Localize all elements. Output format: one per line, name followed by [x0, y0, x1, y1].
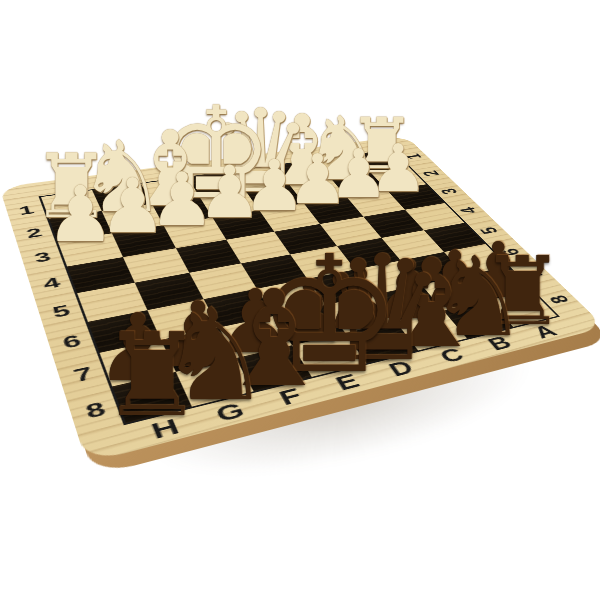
chess-set-photo: 11H22G33F44E55D66C77B88A ♜♞♝♛♚♝♞♜♟♟♟♟♟♟♟…: [0, 0, 600, 600]
pieces-layer: ♜♞♝♛♚♝♞♜♟♟♟♟♟♟♟♟♟♟♟♟♟♟♟♟♜♞♝♛♚♝♞♜: [0, 0, 600, 600]
black-rook-h8[interactable]: ♜: [100, 318, 203, 433]
white-pawn-h2[interactable]: ♟: [46, 176, 115, 253]
